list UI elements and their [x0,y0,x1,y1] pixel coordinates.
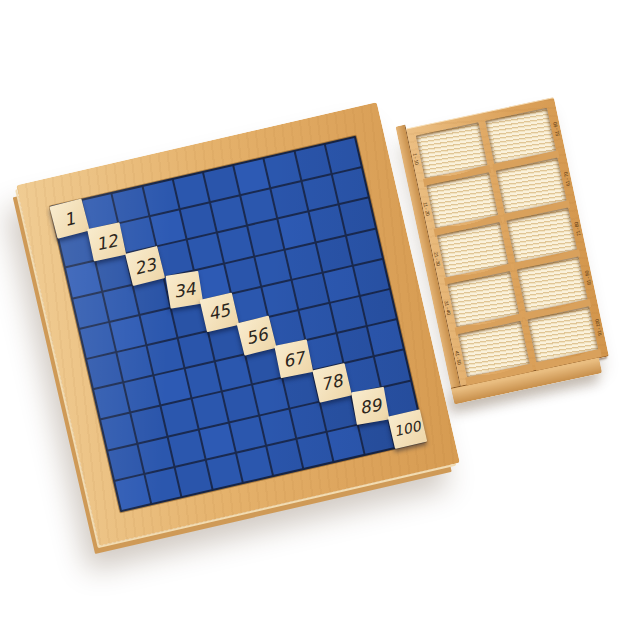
grid-cell [66,262,101,297]
grid-cell [286,243,321,278]
grid-cell [188,234,223,269]
grid-cell [146,468,181,503]
grid-cell [204,166,239,201]
grid-cell [330,297,365,332]
grid-cell [253,379,288,414]
scene: 11223344556677889100 1 - 1011 - 2021 - 3… [0,0,624,624]
grid-cell [358,419,393,454]
grid-cell [267,440,302,475]
grid-cell [347,229,382,264]
hundred-board: 11223344556677889100 [16,102,460,546]
grid-cell [295,145,330,180]
grid-cell [298,433,333,468]
number-tile-67[interactable]: 67 [275,340,314,379]
grid-cell [340,199,375,234]
grid-cell [94,384,129,419]
grid-cell [337,328,372,363]
number-tile-34[interactable]: 34 [165,271,203,309]
grid-cell [125,377,160,412]
grid-cell [118,346,153,381]
tile-stack-51-60[interactable] [485,108,556,164]
grid-cell [300,304,335,339]
grid-cell [223,386,258,421]
grid-cell [260,409,295,444]
grid-cell [265,152,300,187]
grid-cell [143,180,178,215]
tile-stack-31-40[interactable] [447,271,518,327]
grid-cell [101,414,136,449]
grid-cell [155,370,190,405]
grid-cell [309,206,344,241]
grid-cell [73,292,108,327]
grid-cell [181,204,216,239]
grid-cell [104,285,139,320]
grid-cell [333,168,368,203]
tile-stack-81-90[interactable] [516,257,587,313]
grid-cell [361,290,396,325]
grid-cell [242,190,277,225]
grid-cell [174,173,209,208]
grid-cell [302,176,337,211]
grid-cell [113,187,148,222]
tile-stack-91-100[interactable] [527,307,598,363]
grid-cell [80,323,115,358]
tile-stack-21-30[interactable] [437,222,508,278]
grid-cell [206,454,241,489]
grid-cell [176,461,211,496]
grid-cell [279,213,314,248]
grid-cell [326,138,361,173]
grid-cell [178,332,213,367]
grid-cell [316,236,351,271]
grid-cell [354,260,389,295]
grid-cell [375,351,410,386]
grid-cell [162,400,197,435]
grid-cell [272,183,307,218]
grid-cell [368,320,403,355]
grid-cell [218,227,253,262]
grid-cell [249,220,284,255]
grid-cell [185,363,220,398]
tile-stack-41-50[interactable] [458,321,529,377]
grid-cell [139,437,174,472]
tile-stack-11-20[interactable] [426,172,497,228]
grid-cell [237,447,272,482]
grid-cell [328,426,363,461]
grid-cell [225,257,260,292]
grid-cell [323,267,358,302]
number-tile-89[interactable]: 89 [351,386,389,424]
grid-cell [230,416,265,451]
grid-cell [169,430,204,465]
grid-cell [115,475,150,510]
tile-stack-71-80[interactable] [506,207,577,263]
grid-cell [263,281,298,316]
grid-cell [211,197,246,232]
grid-cell [199,423,234,458]
tile-stack-61-70[interactable] [495,157,566,213]
grid-cell [216,356,251,391]
grid-cell [87,353,122,388]
grid-cell [148,339,183,374]
tile-box: 1 - 1011 - 2021 - 3031 - 4041 - 5051 - 6… [405,97,609,388]
grid-cell [234,159,269,194]
grid-cell [150,211,185,246]
grid-cell [111,316,146,351]
grid-cell [293,274,328,309]
grid-cell [108,444,143,479]
grid-cell [291,402,326,437]
grid-cell [256,250,291,285]
grid-cell [192,393,227,428]
tile-stack-1-10[interactable] [416,122,487,178]
grid-cell [132,407,167,442]
grid-cell [141,309,176,344]
